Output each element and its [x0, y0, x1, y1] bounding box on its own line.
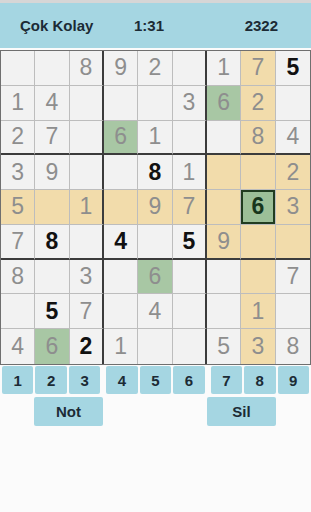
cell-r7c3[interactable]: 3 — [70, 260, 104, 295]
cell-r6c4[interactable]: 4 — [104, 225, 138, 260]
cell-r1c2[interactable] — [35, 51, 69, 86]
numpad-key-1[interactable]: 1 — [2, 366, 33, 394]
cell-r8c4[interactable] — [104, 294, 138, 329]
cell-r3c9[interactable]: 4 — [276, 121, 310, 156]
numpad-key-7[interactable]: 7 — [211, 366, 242, 394]
cell-r8c6[interactable] — [173, 294, 207, 329]
cell-r4c4[interactable] — [104, 155, 138, 190]
cell-r9c6[interactable] — [173, 329, 207, 364]
cell-r2c3[interactable] — [70, 86, 104, 121]
cell-r2c2[interactable]: 4 — [35, 86, 69, 121]
cell-r4c8[interactable] — [241, 155, 275, 190]
cell-r3c1[interactable]: 2 — [1, 121, 35, 156]
cell-r3c8[interactable]: 8 — [241, 121, 275, 156]
difficulty-label: Çok Kolay — [0, 17, 106, 34]
cell-r9c5[interactable] — [138, 329, 172, 364]
cell-r8c5[interactable]: 4 — [138, 294, 172, 329]
cell-r7c1[interactable]: 8 — [1, 260, 35, 295]
cell-r6c3[interactable] — [70, 225, 104, 260]
cell-r7c8[interactable] — [241, 260, 275, 295]
cell-r1c9[interactable]: 5 — [276, 51, 310, 86]
cell-r6c1[interactable]: 7 — [1, 225, 35, 260]
numpad-key-5[interactable]: 5 — [140, 366, 171, 394]
sudoku-board: 8921751436227618439812519763784598367574… — [0, 50, 311, 365]
cell-r5c6[interactable]: 7 — [173, 190, 207, 225]
note-button[interactable]: Not — [34, 397, 103, 426]
timer-label: 1:31 — [106, 17, 192, 34]
cell-r7c9[interactable]: 7 — [276, 260, 310, 295]
numpad-key-3[interactable]: 3 — [69, 366, 100, 394]
cell-r9c4[interactable]: 1 — [104, 329, 138, 364]
cell-r3c6[interactable] — [173, 121, 207, 156]
cell-r9c7[interactable]: 5 — [207, 329, 241, 364]
cell-r4c7[interactable] — [207, 155, 241, 190]
numpad-key-9[interactable]: 9 — [278, 366, 309, 394]
numpad-key-2[interactable]: 2 — [35, 366, 66, 394]
cell-r9c1[interactable]: 4 — [1, 329, 35, 364]
cell-r7c2[interactable] — [35, 260, 69, 295]
cell-r5c3[interactable]: 1 — [70, 190, 104, 225]
cell-r5c9[interactable]: 3 — [276, 190, 310, 225]
cell-r8c3[interactable]: 7 — [70, 294, 104, 329]
numpad-key-6[interactable]: 6 — [173, 366, 204, 394]
cell-r5c5[interactable]: 9 — [138, 190, 172, 225]
cell-r2c6[interactable]: 3 — [173, 86, 207, 121]
cell-r3c2[interactable]: 7 — [35, 121, 69, 156]
cell-r3c7[interactable] — [207, 121, 241, 156]
cell-r9c2[interactable]: 6 — [35, 329, 69, 364]
cell-r6c7[interactable]: 9 — [207, 225, 241, 260]
cell-r9c8[interactable]: 3 — [241, 329, 275, 364]
cell-r7c5[interactable]: 6 — [138, 260, 172, 295]
cell-r8c9[interactable] — [276, 294, 310, 329]
cell-r4c1[interactable]: 3 — [1, 155, 35, 190]
cell-r9c9[interactable]: 8 — [276, 329, 310, 364]
cell-r7c7[interactable] — [207, 260, 241, 295]
cell-r6c6[interactable]: 5 — [173, 225, 207, 260]
cell-r1c3[interactable]: 8 — [70, 51, 104, 86]
cell-r6c5[interactable] — [138, 225, 172, 260]
cell-r2c7[interactable]: 6 — [207, 86, 241, 121]
cell-r4c5[interactable]: 8 — [138, 155, 172, 190]
cell-r1c4[interactable]: 9 — [104, 51, 138, 86]
cell-r2c5[interactable] — [138, 86, 172, 121]
cell-r3c5[interactable]: 1 — [138, 121, 172, 156]
numpad-key-4[interactable]: 4 — [106, 366, 137, 394]
cell-r1c5[interactable]: 2 — [138, 51, 172, 86]
cell-r2c8[interactable]: 2 — [241, 86, 275, 121]
cell-r4c6[interactable]: 1 — [173, 155, 207, 190]
cell-r6c2[interactable]: 8 — [35, 225, 69, 260]
cell-r2c4[interactable] — [104, 86, 138, 121]
numpad-key-8[interactable]: 8 — [244, 366, 275, 394]
cell-r7c6[interactable] — [173, 260, 207, 295]
cell-r2c1[interactable]: 1 — [1, 86, 35, 121]
cell-r4c9[interactable]: 2 — [276, 155, 310, 190]
cell-r1c7[interactable]: 1 — [207, 51, 241, 86]
cell-r9c3[interactable]: 2 — [70, 329, 104, 364]
cell-r1c1[interactable] — [1, 51, 35, 86]
top-bar: Çok Kolay 1:31 2322 — [0, 3, 311, 48]
cell-r6c9[interactable] — [276, 225, 310, 260]
cell-r8c8[interactable]: 1 — [241, 294, 275, 329]
cell-r8c1[interactable] — [1, 294, 35, 329]
cell-r3c4[interactable]: 6 — [104, 121, 138, 156]
cell-r4c3[interactable] — [70, 155, 104, 190]
cell-r5c2[interactable] — [35, 190, 69, 225]
cell-r7c4[interactable] — [104, 260, 138, 295]
cell-r8c7[interactable] — [207, 294, 241, 329]
cell-r3c3[interactable] — [70, 121, 104, 156]
cell-r5c4[interactable] — [104, 190, 138, 225]
cell-r2c9[interactable] — [276, 86, 310, 121]
cell-r4c2[interactable]: 9 — [35, 155, 69, 190]
cell-r5c7[interactable] — [207, 190, 241, 225]
sudoku-app-screen: Çok Kolay 1:31 2322 89217514362276184398… — [0, 0, 311, 512]
numpad: 123456789 — [0, 366, 311, 394]
cell-r1c6[interactable] — [173, 51, 207, 86]
cell-r6c8[interactable] — [241, 225, 275, 260]
delete-button[interactable]: Sil — [207, 397, 276, 426]
score-label: 2322 — [192, 17, 311, 34]
cell-r1c8[interactable]: 7 — [241, 51, 275, 86]
cell-r8c2[interactable]: 5 — [35, 294, 69, 329]
cell-r5c8[interactable]: 6 — [241, 190, 275, 225]
cell-r5c1[interactable]: 5 — [1, 190, 35, 225]
